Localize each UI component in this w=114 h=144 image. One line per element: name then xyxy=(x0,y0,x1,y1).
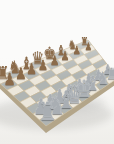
piece-black-rook: ♜ xyxy=(0,64,10,82)
piece-white-bishop: ♝ xyxy=(85,74,101,94)
piece-black-pawn: ♟ xyxy=(60,50,70,62)
piece-black-pawn: ♟ xyxy=(84,41,93,52)
piece-white-rook: ♜ xyxy=(37,99,58,124)
chess-pieces-layer: ♜♞♝♛♚♝♞♜♟♟♟♟♟♟♟♟♟♟♟♟♟♟♟♟♜♞♝♛♚♝♞♜ xyxy=(0,0,114,144)
piece-white-king: ♚ xyxy=(74,77,94,101)
piece-black-pawn: ♟ xyxy=(2,71,16,88)
piece-black-knight: ♞ xyxy=(67,39,77,51)
piece-black-king: ♚ xyxy=(42,45,56,62)
piece-white-pawn: ♟ xyxy=(42,92,59,113)
piece-black-pawn: ♟ xyxy=(72,45,81,56)
piece-white-pawn: ♟ xyxy=(62,82,77,100)
piece-white-pawn: ♟ xyxy=(92,68,104,83)
piece-black-pawn: ♟ xyxy=(14,66,27,82)
piece-black-pawn: ♟ xyxy=(37,58,49,72)
piece-white-pawn: ♟ xyxy=(32,96,50,118)
piece-black-queen: ♛ xyxy=(31,50,45,68)
chess-set-product-photo: ♜♞♝♛♚♝♞♜♟♟♟♟♟♟♟♟♟♟♟♟♟♟♟♟♜♞♝♛♚♝♞♜ xyxy=(0,0,114,144)
piece-white-pawn: ♟ xyxy=(52,87,68,106)
piece-white-pawn: ♟ xyxy=(82,72,95,88)
piece-black-bishop: ♝ xyxy=(19,55,33,72)
piece-black-rook: ♜ xyxy=(80,36,89,47)
piece-black-bishop: ♝ xyxy=(55,43,66,57)
piece-white-pawn: ♟ xyxy=(102,63,113,77)
piece-white-rook: ♜ xyxy=(105,66,114,82)
piece-black-pawn: ♟ xyxy=(26,62,38,77)
piece-white-knight: ♞ xyxy=(46,94,66,119)
piece-white-pawn: ♟ xyxy=(72,77,86,94)
piece-white-queen: ♛ xyxy=(65,82,86,107)
piece-white-knight: ♞ xyxy=(95,70,110,88)
piece-black-pawn: ♟ xyxy=(49,54,60,67)
piece-black-knight: ♞ xyxy=(7,59,21,77)
piece-white-bishop: ♝ xyxy=(56,88,76,112)
